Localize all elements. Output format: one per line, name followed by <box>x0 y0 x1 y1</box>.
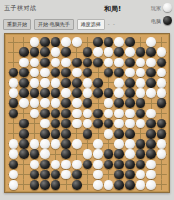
board-intersection[interactable] <box>135 119 146 129</box>
board-intersection[interactable] <box>8 149 19 159</box>
board-intersection[interactable] <box>8 47 19 57</box>
board-intersection[interactable] <box>40 88 51 98</box>
board-intersection[interactable] <box>19 98 30 108</box>
board-intersection[interactable] <box>103 169 114 179</box>
black-stone <box>93 119 103 129</box>
board-intersection[interactable] <box>8 98 19 108</box>
white-stone <box>72 119 82 129</box>
board-intersection[interactable] <box>8 78 19 88</box>
board-intersection[interactable] <box>19 139 30 149</box>
board-intersection[interactable] <box>61 57 72 67</box>
board-intersection[interactable] <box>8 57 19 67</box>
board-intersection[interactable] <box>114 108 125 118</box>
board-intersection[interactable] <box>114 139 125 149</box>
board-intersection[interactable] <box>146 149 157 159</box>
board-intersection[interactable] <box>93 88 104 98</box>
board-intersection[interactable] <box>135 37 146 47</box>
board-intersection[interactable] <box>19 180 30 190</box>
board-intersection[interactable] <box>114 88 125 98</box>
board-intersection[interactable] <box>82 98 93 108</box>
board-intersection[interactable] <box>135 57 146 67</box>
board-intersection[interactable] <box>114 68 125 78</box>
board-intersection[interactable] <box>29 47 40 57</box>
board-intersection[interactable] <box>146 119 157 129</box>
board-intersection[interactable] <box>103 68 114 78</box>
board-intersection[interactable] <box>8 159 19 169</box>
board-intersection[interactable] <box>8 119 19 129</box>
board-intersection[interactable] <box>8 108 19 118</box>
board-intersection[interactable] <box>40 119 51 129</box>
board-intersection[interactable] <box>19 78 30 88</box>
board-intersection[interactable] <box>50 149 61 159</box>
board-intersection[interactable] <box>72 149 83 159</box>
board-intersection[interactable] <box>103 159 114 169</box>
board-intersection[interactable] <box>103 108 114 118</box>
board-intersection[interactable] <box>8 169 19 179</box>
black-stone <box>40 88 50 98</box>
white-stone <box>83 88 93 98</box>
board-intersection[interactable] <box>156 68 167 78</box>
black-stone <box>114 98 124 108</box>
board-intersection[interactable] <box>103 139 114 149</box>
board-intersection[interactable] <box>19 68 30 78</box>
white-stone <box>136 170 146 180</box>
board-intersection[interactable] <box>135 149 146 159</box>
board-intersection[interactable] <box>125 180 136 190</box>
board-intersection[interactable] <box>114 57 125 67</box>
board-intersection[interactable] <box>156 47 167 57</box>
black-stone <box>51 88 61 98</box>
board-intersection[interactable] <box>29 98 40 108</box>
black-stone <box>104 149 114 159</box>
black-stone <box>93 58 103 68</box>
white-stone <box>51 78 61 88</box>
board-intersection[interactable] <box>146 47 157 57</box>
black-stone <box>40 160 50 170</box>
black-stone <box>104 88 114 98</box>
board-intersection[interactable] <box>82 129 93 139</box>
player-row-human: 玩家 <box>142 1 172 14</box>
board-intersection[interactable] <box>135 98 146 108</box>
white-stone <box>9 180 19 190</box>
white-stone <box>40 119 50 129</box>
white-stone <box>51 160 61 170</box>
game-result-status: 和局! <box>104 4 121 14</box>
board-intersection[interactable] <box>50 129 61 139</box>
board-intersection[interactable] <box>93 169 104 179</box>
black-stone <box>125 88 135 98</box>
board-intersection[interactable] <box>103 149 114 159</box>
board-intersection[interactable] <box>146 88 157 98</box>
board-intersection[interactable] <box>82 37 93 47</box>
board-intersection[interactable] <box>19 119 30 129</box>
board-intersection[interactable] <box>50 108 61 118</box>
board-intersection[interactable] <box>40 78 51 88</box>
board-intersection[interactable] <box>146 78 157 88</box>
board-intersection[interactable] <box>125 159 136 169</box>
board-intersection[interactable] <box>72 47 83 57</box>
board-intersection[interactable] <box>82 180 93 190</box>
black-stone <box>61 78 71 88</box>
board-intersection[interactable] <box>19 47 30 57</box>
board-intersection[interactable] <box>114 129 125 139</box>
board-intersection[interactable] <box>29 108 40 118</box>
board-intersection[interactable] <box>135 78 146 88</box>
board-intersection[interactable] <box>61 88 72 98</box>
board-intersection[interactable] <box>156 119 167 129</box>
white-stone <box>125 109 135 119</box>
board-intersection[interactable] <box>156 57 167 67</box>
board-intersection[interactable] <box>93 68 104 78</box>
black-stone <box>104 68 114 78</box>
board-intersection[interactable] <box>125 129 136 139</box>
board-intersection[interactable] <box>93 37 104 47</box>
white-stone <box>136 88 146 98</box>
board-intersection[interactable] <box>72 68 83 78</box>
white-stone <box>72 139 82 149</box>
white-stone <box>40 139 50 149</box>
board-intersection[interactable] <box>125 57 136 67</box>
board-intersection[interactable] <box>114 180 125 190</box>
board-intersection[interactable] <box>40 98 51 108</box>
board-intersection[interactable] <box>82 169 93 179</box>
board-intersection[interactable] <box>72 169 83 179</box>
board-intersection[interactable] <box>146 129 157 139</box>
board-intersection[interactable] <box>40 108 51 118</box>
board-intersection[interactable] <box>40 37 51 47</box>
black-stone <box>51 170 61 180</box>
white-stone <box>136 119 146 129</box>
board-intersection[interactable] <box>82 47 93 57</box>
board-intersection[interactable] <box>82 88 93 98</box>
black-stone <box>61 68 71 78</box>
board-intersection[interactable] <box>135 68 146 78</box>
board-intersection[interactable] <box>135 169 146 179</box>
board-intersection[interactable] <box>29 129 40 139</box>
black-stone <box>61 109 71 119</box>
board-intersection[interactable] <box>50 139 61 149</box>
board-intersection[interactable] <box>40 57 51 67</box>
board-intersection[interactable] <box>19 37 30 47</box>
board-intersection[interactable] <box>135 108 146 118</box>
board-intersection[interactable] <box>156 129 167 139</box>
board-intersection[interactable] <box>114 78 125 88</box>
board-intersection[interactable] <box>50 180 61 190</box>
black-stone <box>9 109 19 119</box>
black-stone <box>146 47 156 57</box>
black-stone <box>30 170 40 180</box>
black-stone <box>104 37 114 47</box>
board-intersection[interactable] <box>135 88 146 98</box>
board-intersection[interactable] <box>72 119 83 129</box>
board-intersection[interactable] <box>29 37 40 47</box>
board-intersection[interactable] <box>135 47 146 57</box>
black-stone <box>30 88 40 98</box>
board-intersection[interactable] <box>29 78 40 88</box>
board-intersection[interactable] <box>156 88 167 98</box>
board-intersection[interactable] <box>82 78 93 88</box>
board-intersection[interactable] <box>125 119 136 129</box>
board-intersection[interactable] <box>103 37 114 47</box>
board-intersection[interactable] <box>61 98 72 108</box>
board-intersection[interactable] <box>114 98 125 108</box>
board-intersection[interactable] <box>29 119 40 129</box>
board-intersection[interactable] <box>40 180 51 190</box>
board-intersection[interactable] <box>93 47 104 57</box>
board-intersection[interactable] <box>29 149 40 159</box>
board-intersection[interactable] <box>146 139 157 149</box>
board-intersection[interactable] <box>93 149 104 159</box>
board-intersection[interactable] <box>61 129 72 139</box>
board-intersection[interactable] <box>61 108 72 118</box>
white-stone <box>157 47 167 57</box>
board-intersection[interactable] <box>125 139 136 149</box>
board-intersection[interactable] <box>146 57 157 67</box>
board-intersection[interactable] <box>40 68 51 78</box>
white-stone <box>104 109 114 119</box>
board-intersection[interactable] <box>146 98 157 108</box>
white-stone <box>125 139 135 149</box>
black-stone <box>93 78 103 88</box>
board-intersection[interactable] <box>72 108 83 118</box>
board-intersection[interactable] <box>125 47 136 57</box>
black-stone <box>51 37 61 47</box>
board-intersection[interactable] <box>82 108 93 118</box>
board-intersection[interactable] <box>93 139 104 149</box>
board-intersection[interactable] <box>156 98 167 108</box>
board-intersection[interactable] <box>50 159 61 169</box>
black-stone <box>125 37 135 47</box>
board-intersection[interactable] <box>61 78 72 88</box>
board-intersection[interactable] <box>93 159 104 169</box>
black-stone <box>114 129 124 139</box>
black-stone <box>125 98 135 108</box>
board-intersection[interactable] <box>19 108 30 118</box>
board-intersection[interactable] <box>114 169 125 179</box>
black-stone <box>40 170 50 180</box>
black-stone <box>72 78 82 88</box>
black-stone <box>93 109 103 119</box>
board-intersection[interactable] <box>82 159 93 169</box>
board-intersection[interactable] <box>146 169 157 179</box>
difficulty-button[interactable]: 难度选择 <box>77 19 105 30</box>
black-stone <box>104 160 114 170</box>
board-intersection[interactable] <box>103 57 114 67</box>
board-intersection[interactable] <box>125 37 136 47</box>
board-intersection[interactable] <box>72 37 83 47</box>
board-intersection[interactable] <box>61 159 72 169</box>
board-intersection[interactable] <box>19 57 30 67</box>
board-intersection[interactable] <box>40 149 51 159</box>
board-intersection[interactable] <box>72 139 83 149</box>
board-intersection[interactable] <box>156 139 167 149</box>
board-intersection[interactable] <box>125 98 136 108</box>
black-stone <box>83 98 93 108</box>
board-intersection[interactable] <box>72 129 83 139</box>
board-intersection[interactable] <box>61 169 72 179</box>
white-stone <box>30 109 40 119</box>
board-intersection[interactable] <box>61 37 72 47</box>
white-stone <box>114 58 124 68</box>
board-intersection[interactable] <box>29 57 40 67</box>
black-stone <box>104 119 114 129</box>
board-intersection[interactable] <box>93 98 104 108</box>
board-intersection[interactable] <box>72 159 83 169</box>
white-stone <box>40 68 50 78</box>
white-stone <box>30 58 40 68</box>
black-stone <box>157 129 167 139</box>
white-stone <box>146 88 156 98</box>
white-stone <box>104 129 114 139</box>
board-intersection[interactable] <box>93 108 104 118</box>
black-stone <box>157 119 167 129</box>
white-stone <box>72 68 82 78</box>
board-intersection[interactable] <box>61 119 72 129</box>
board-intersection[interactable] <box>103 47 114 57</box>
board-intersection[interactable] <box>135 129 146 139</box>
board-intersection[interactable] <box>125 169 136 179</box>
board-intersection[interactable] <box>61 149 72 159</box>
board-intersection[interactable] <box>72 98 83 108</box>
board-intersection[interactable] <box>40 169 51 179</box>
board-intersection[interactable] <box>103 129 114 139</box>
board-intersection[interactable] <box>156 108 167 118</box>
board-intersection[interactable] <box>50 169 61 179</box>
board-intersection[interactable] <box>82 57 93 67</box>
board-intersection[interactable] <box>93 119 104 129</box>
board-intersection[interactable] <box>40 129 51 139</box>
white-stone <box>72 98 82 108</box>
toolbar: 重新开始 开始·电脑先手 难度选择 - - <box>3 18 171 30</box>
board-intersection[interactable] <box>93 129 104 139</box>
board-intersection[interactable] <box>50 68 61 78</box>
board-intersection[interactable] <box>82 149 93 159</box>
board-intersection[interactable] <box>82 119 93 129</box>
white-stone <box>146 109 156 119</box>
board-intersection[interactable] <box>125 88 136 98</box>
board-intersection[interactable] <box>114 37 125 47</box>
board-intersection[interactable] <box>82 139 93 149</box>
board-intersection[interactable] <box>19 129 30 139</box>
board-intersection[interactable] <box>19 169 30 179</box>
black-stone <box>125 129 135 139</box>
board-intersection[interactable] <box>8 129 19 139</box>
board-intersection[interactable] <box>29 139 40 149</box>
black-stone <box>72 88 82 98</box>
black-stone <box>83 68 93 78</box>
board-intersection[interactable] <box>103 88 114 98</box>
black-stone <box>136 149 146 159</box>
board-intersection[interactable] <box>93 78 104 88</box>
board-intersection[interactable] <box>125 68 136 78</box>
board-intersection[interactable] <box>146 159 157 169</box>
board-intersection[interactable] <box>114 159 125 169</box>
board-intersection[interactable] <box>93 57 104 67</box>
board-intersection[interactable] <box>29 159 40 169</box>
black-stone <box>51 68 61 78</box>
board-intersection[interactable] <box>146 37 157 47</box>
board-intersection[interactable] <box>29 169 40 179</box>
board-intersection[interactable] <box>72 88 83 98</box>
board-intersection[interactable] <box>61 68 72 78</box>
white-stone <box>114 139 124 149</box>
board-intersection[interactable] <box>103 78 114 88</box>
board-intersection[interactable] <box>50 47 61 57</box>
white-stone <box>61 170 71 180</box>
board-intersection[interactable] <box>50 37 61 47</box>
board-intersection[interactable] <box>125 108 136 118</box>
board-intersection[interactable] <box>8 180 19 190</box>
board-intersection[interactable] <box>125 78 136 88</box>
board-intersection[interactable] <box>103 98 114 108</box>
black-stone <box>136 139 146 149</box>
board-intersection[interactable] <box>146 108 157 118</box>
board-intersection[interactable] <box>19 159 30 169</box>
board-intersection[interactable] <box>50 88 61 98</box>
board-intersection[interactable] <box>72 78 83 88</box>
board-intersection[interactable] <box>29 180 40 190</box>
board-intersection[interactable] <box>156 37 167 47</box>
white-stone <box>136 68 146 78</box>
board-intersection[interactable] <box>19 149 30 159</box>
board-intersection[interactable] <box>40 159 51 169</box>
board-intersection[interactable] <box>114 47 125 57</box>
board-intersection[interactable] <box>40 139 51 149</box>
board-intersection[interactable] <box>103 180 114 190</box>
board-intersection[interactable] <box>50 119 61 129</box>
board-intersection[interactable] <box>61 47 72 57</box>
board-intersection[interactable] <box>156 159 167 169</box>
board-intersection[interactable] <box>29 88 40 98</box>
board-intersection[interactable] <box>103 119 114 129</box>
computer-first-button[interactable]: 开始·电脑先手 <box>34 19 74 30</box>
board-intersection[interactable] <box>50 78 61 88</box>
board-intersection[interactable] <box>114 119 125 129</box>
white-stone <box>146 37 156 47</box>
board-intersection[interactable] <box>114 149 125 159</box>
board-intersection[interactable] <box>146 68 157 78</box>
board-intersection[interactable] <box>40 47 51 57</box>
white-stone <box>136 78 146 88</box>
board-intersection[interactable] <box>93 180 104 190</box>
board-intersection[interactable] <box>125 149 136 159</box>
board-intersection[interactable] <box>8 68 19 78</box>
board-intersection[interactable] <box>50 98 61 108</box>
board-intersection[interactable] <box>8 88 19 98</box>
board-intersection[interactable] <box>82 68 93 78</box>
white-stone <box>104 98 114 108</box>
board-intersection[interactable] <box>156 169 167 179</box>
board-intersection[interactable] <box>72 57 83 67</box>
board-intersection[interactable] <box>135 159 146 169</box>
board-intersection[interactable] <box>156 180 167 190</box>
board-intersection[interactable] <box>61 180 72 190</box>
restart-button[interactable]: 重新开始 <box>3 19 31 30</box>
board-intersection[interactable] <box>19 88 30 98</box>
board-intersection[interactable] <box>29 68 40 78</box>
board-intersection[interactable] <box>61 139 72 149</box>
board-intersection[interactable] <box>8 139 19 149</box>
board-intersection[interactable] <box>156 78 167 88</box>
board-intersection[interactable] <box>135 139 146 149</box>
board-intersection[interactable] <box>156 149 167 159</box>
board-intersection[interactable] <box>135 180 146 190</box>
board-intersection[interactable] <box>146 180 157 190</box>
white-stone <box>30 37 40 47</box>
board-intersection[interactable] <box>50 57 61 67</box>
board-intersection[interactable] <box>72 180 83 190</box>
board-intersection[interactable] <box>8 37 19 47</box>
